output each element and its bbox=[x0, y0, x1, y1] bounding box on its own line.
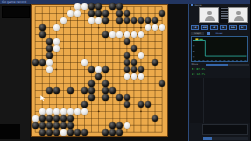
game-info-line bbox=[221, 18, 228, 19]
stone-black bbox=[60, 115, 67, 122]
nav-back-button[interactable]: ◀ bbox=[210, 25, 218, 30]
stone-black bbox=[116, 94, 123, 101]
move-slider-fill bbox=[206, 64, 228, 66]
stone-black bbox=[131, 66, 138, 73]
stone-black bbox=[46, 129, 53, 136]
stone-black bbox=[39, 24, 46, 31]
stone-black bbox=[81, 129, 88, 136]
nav-forward-fast-button[interactable]: ▶▶ bbox=[229, 25, 237, 30]
stone-black bbox=[152, 59, 159, 66]
stone-black bbox=[145, 101, 152, 108]
stone-black bbox=[46, 115, 53, 122]
stone-black bbox=[124, 17, 131, 24]
white-player-avatar-icon bbox=[236, 11, 241, 16]
game-info-line bbox=[221, 11, 228, 12]
stone-black bbox=[131, 59, 138, 66]
stone-white bbox=[81, 59, 88, 66]
stone-black bbox=[81, 87, 88, 94]
stone-white bbox=[74, 3, 81, 10]
stone-black bbox=[109, 129, 116, 136]
stone-white bbox=[138, 31, 145, 38]
stone-black bbox=[159, 80, 166, 87]
stone-black bbox=[39, 59, 46, 66]
stone-white bbox=[124, 31, 131, 38]
stone-black bbox=[67, 129, 74, 136]
move-list-divider bbox=[203, 78, 204, 123]
nav-back-fast-button[interactable]: ◀◀ bbox=[201, 25, 209, 30]
stone-white bbox=[109, 31, 116, 38]
nav-last-button[interactable]: ▶| bbox=[239, 25, 247, 30]
stone-black bbox=[46, 87, 53, 94]
stone-white bbox=[124, 122, 131, 129]
stone-black bbox=[67, 122, 74, 129]
stone-black bbox=[102, 129, 109, 136]
tab-accent-square bbox=[207, 32, 210, 35]
stone-black bbox=[116, 10, 123, 17]
stone-white bbox=[138, 73, 145, 80]
stone-white bbox=[46, 59, 53, 66]
stone-white bbox=[74, 108, 81, 115]
analysis-progress-bar bbox=[203, 137, 248, 140]
stone-black bbox=[109, 122, 116, 129]
comment-box[interactable] bbox=[202, 124, 248, 135]
white-player-avatar-icon-body bbox=[234, 16, 244, 22]
stone-white bbox=[88, 17, 95, 24]
game-info-line bbox=[221, 13, 228, 14]
stone-black bbox=[53, 122, 60, 129]
stone-white bbox=[67, 108, 74, 115]
stone-white bbox=[124, 73, 131, 80]
stone-black bbox=[116, 129, 123, 136]
stone-black bbox=[88, 10, 95, 17]
stone-white bbox=[60, 108, 67, 115]
sidebar-collapsed-panel-top[interactable] bbox=[2, 6, 30, 18]
stone-black bbox=[39, 129, 46, 136]
stone-black bbox=[109, 87, 116, 94]
stone-black bbox=[124, 38, 131, 45]
stone-black bbox=[138, 101, 145, 108]
stone-black bbox=[46, 122, 53, 129]
stone-black bbox=[60, 122, 67, 129]
stone-black bbox=[102, 94, 109, 101]
move-slider-track[interactable] bbox=[206, 64, 249, 66]
stone-black bbox=[124, 10, 131, 17]
stone-black bbox=[88, 3, 95, 10]
stone-black bbox=[124, 52, 131, 59]
stone-black bbox=[124, 66, 131, 73]
stone-black bbox=[124, 94, 131, 101]
stone-white bbox=[131, 73, 138, 80]
stone-black bbox=[116, 122, 123, 129]
stone-black bbox=[95, 10, 102, 17]
winrate-graph-svg bbox=[192, 37, 248, 62]
stone-black bbox=[131, 45, 138, 52]
white-player-card bbox=[228, 7, 248, 23]
stone-white bbox=[138, 52, 145, 59]
nav-first-button[interactable]: |◀ bbox=[191, 25, 199, 30]
stone-black bbox=[53, 115, 60, 122]
stone-black bbox=[53, 129, 60, 136]
stone-white bbox=[145, 24, 152, 31]
stone-black bbox=[39, 115, 46, 122]
stone-white bbox=[81, 108, 88, 115]
stone-white bbox=[67, 10, 74, 17]
stone-black bbox=[138, 66, 145, 73]
stone-black bbox=[145, 17, 152, 24]
stone-black bbox=[67, 115, 74, 122]
go-client-window: Go game record Game |◀ ◀◀ ◀ bbox=[0, 0, 250, 141]
stone-white bbox=[32, 115, 39, 122]
stone-white bbox=[39, 108, 46, 115]
sidebar-collapsed-panel-bottom[interactable] bbox=[0, 124, 20, 139]
stone-black bbox=[95, 3, 102, 10]
black-player-avatar-icon-body bbox=[205, 16, 215, 22]
stone-black bbox=[32, 122, 39, 129]
stone-black bbox=[116, 3, 123, 10]
winrate-graph[interactable] bbox=[191, 36, 248, 63]
stone-black bbox=[32, 59, 39, 66]
stone-black bbox=[102, 31, 109, 38]
stone-white bbox=[53, 38, 60, 45]
stone-white bbox=[81, 3, 88, 10]
stone-white bbox=[53, 108, 60, 115]
engine-output-line-2: W: 12.7% bbox=[192, 73, 250, 77]
stone-black bbox=[131, 17, 138, 24]
stone-white bbox=[60, 17, 67, 24]
game-info-line bbox=[221, 8, 228, 9]
analysis-progress-fill bbox=[203, 137, 212, 140]
black-player-avatar-icon bbox=[207, 11, 212, 16]
move-slider-label: Move bbox=[192, 63, 198, 67]
stone-black bbox=[88, 80, 95, 87]
stone-black bbox=[81, 101, 88, 108]
stone-black bbox=[46, 52, 53, 59]
move-slider-row: Move bbox=[191, 63, 249, 67]
stone-black bbox=[39, 122, 46, 129]
game-info-line bbox=[221, 15, 228, 16]
go-board[interactable] bbox=[31, 4, 168, 137]
stone-white bbox=[95, 66, 102, 73]
stone-black bbox=[102, 10, 109, 17]
stone-white bbox=[46, 108, 53, 115]
stone-white bbox=[116, 31, 123, 38]
engine-output-line-1: B: 87.3% bbox=[192, 68, 250, 72]
stone-black bbox=[138, 17, 145, 24]
stone-white bbox=[74, 10, 81, 17]
stone-black bbox=[67, 87, 74, 94]
stone-black bbox=[116, 17, 123, 24]
move-list-area[interactable] bbox=[190, 78, 251, 123]
stone-white bbox=[131, 31, 138, 38]
nav-forward-button[interactable]: ▶ bbox=[220, 25, 228, 30]
stone-white bbox=[95, 17, 102, 24]
stone-black bbox=[152, 115, 159, 122]
stone-black bbox=[102, 80, 109, 87]
stone-white bbox=[60, 129, 67, 136]
stone-black bbox=[124, 59, 131, 66]
stone-white bbox=[46, 66, 53, 73]
stone-black bbox=[39, 31, 46, 38]
stone-black bbox=[102, 66, 109, 73]
black-player-card bbox=[199, 7, 219, 23]
stone-black bbox=[46, 38, 53, 45]
stone-black bbox=[46, 45, 53, 52]
stone-black bbox=[88, 94, 95, 101]
stone-black bbox=[109, 3, 116, 10]
stone-black bbox=[88, 87, 95, 94]
stone-black bbox=[74, 129, 81, 136]
stone-white bbox=[53, 24, 60, 31]
stone-black bbox=[95, 73, 102, 80]
stone-black bbox=[102, 87, 109, 94]
stone-black bbox=[124, 101, 131, 108]
stone-black bbox=[53, 87, 60, 94]
stone-black bbox=[102, 17, 109, 24]
stone-white bbox=[53, 45, 60, 52]
stone-black bbox=[88, 66, 95, 73]
left-sidebar bbox=[0, 4, 30, 141]
right-panel: Game |◀ ◀◀ ◀ ▶ ▶▶ ▶| Graph Moves bbox=[188, 4, 250, 141]
